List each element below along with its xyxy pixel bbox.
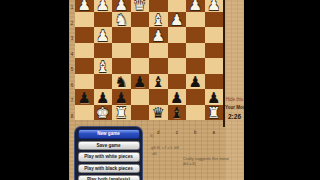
board-square[interactable]: ♟ bbox=[186, 74, 205, 90]
board-square[interactable]: ♟ bbox=[112, 89, 131, 105]
board-square[interactable]: ♟ bbox=[94, 89, 113, 105]
board-square[interactable]: ♟ bbox=[149, 27, 168, 43]
board-square[interactable] bbox=[205, 43, 224, 59]
move-history-line: g8-f6 c7-c5 b8 bbox=[151, 145, 179, 150]
board-square[interactable] bbox=[131, 12, 150, 28]
board-square[interactable] bbox=[186, 12, 205, 28]
side-panel bbox=[225, 0, 244, 180]
chess-piece-wP[interactable]: ♟ bbox=[96, 0, 109, 13]
board-square[interactable] bbox=[75, 74, 94, 90]
board-square[interactable] bbox=[94, 43, 113, 59]
board-square[interactable]: ♟ bbox=[186, 0, 205, 12]
board-square[interactable] bbox=[168, 74, 187, 90]
save-game-button[interactable]: Save game bbox=[78, 141, 140, 151]
chess-piece-wK[interactable]: ♚ bbox=[96, 106, 109, 121]
board-square[interactable]: ♞ bbox=[112, 12, 131, 28]
board-square[interactable] bbox=[168, 43, 187, 59]
letterbox-right bbox=[244, 0, 320, 180]
chess-piece-bB[interactable]: ♝ bbox=[152, 75, 165, 90]
board-square[interactable] bbox=[149, 43, 168, 59]
board-square[interactable] bbox=[186, 89, 205, 105]
engine-hint-text: Crafty suggests this move bbox=[183, 156, 229, 161]
board-square[interactable] bbox=[168, 0, 187, 12]
board-square[interactable]: ♛ bbox=[131, 0, 150, 12]
board-square[interactable] bbox=[131, 89, 150, 105]
board-square[interactable]: ♟ bbox=[112, 0, 131, 12]
board-square[interactable]: ♝ bbox=[94, 58, 113, 74]
move-status-label: Your Move bbox=[225, 105, 244, 110]
game-menu: New game Save game Play with white piece… bbox=[74, 126, 143, 180]
chess-piece-wP[interactable]: ♟ bbox=[78, 0, 91, 13]
new-game-button[interactable]: New game bbox=[78, 129, 140, 139]
chess-piece-wP[interactable]: ♟ bbox=[96, 29, 109, 44]
board-square[interactable]: ♟ bbox=[168, 12, 187, 28]
move-history-line: -d5 bbox=[151, 151, 157, 156]
board-square[interactable]: ♞ bbox=[112, 74, 131, 90]
board-square[interactable]: ♟ bbox=[75, 0, 94, 12]
board-square[interactable]: ♚ bbox=[94, 105, 113, 121]
board-square[interactable] bbox=[75, 27, 94, 43]
board-square[interactable]: ♛ bbox=[149, 105, 168, 121]
board-square[interactable]: ♟ bbox=[131, 74, 150, 90]
chess-board[interactable]: ♟♟♟♛♟♟♞♝♟♟♟♝♞♟♝♟♟♟♟♟♟♚♜♛♝♜ bbox=[75, 0, 223, 120]
board-square[interactable] bbox=[168, 27, 187, 43]
board-square[interactable] bbox=[131, 58, 150, 74]
play-black-button[interactable]: Play with black pieces bbox=[78, 164, 140, 174]
board-square[interactable] bbox=[205, 12, 224, 28]
chess-piece-wQ[interactable]: ♛ bbox=[133, 0, 146, 13]
file-label: c bbox=[168, 129, 187, 136]
board-square[interactable] bbox=[186, 58, 205, 74]
board-square[interactable]: ♟ bbox=[205, 0, 224, 12]
chess-app-window: 12345678 ♟♟♟♛♟♟♞♝♟♟♟♝♞♟♝♟♟♟♟♟♟♚♜♛♝♜ hgfe… bbox=[69, 0, 244, 180]
board-square[interactable] bbox=[112, 43, 131, 59]
chess-piece-wR[interactable]: ♜ bbox=[207, 106, 220, 121]
board-square[interactable] bbox=[94, 12, 113, 28]
board-square[interactable] bbox=[149, 89, 168, 105]
chess-piece-wP[interactable]: ♟ bbox=[152, 29, 165, 44]
board-square[interactable] bbox=[205, 27, 224, 43]
chess-piece-bQ[interactable]: ♛ bbox=[152, 106, 165, 121]
play-white-button[interactable]: Play with white pieces bbox=[78, 152, 140, 162]
board-square[interactable] bbox=[112, 58, 131, 74]
chess-piece-wR[interactable]: ♜ bbox=[115, 106, 128, 121]
chess-piece-wP[interactable]: ♟ bbox=[170, 13, 183, 28]
letterbox-left bbox=[0, 0, 69, 180]
board-square[interactable] bbox=[94, 74, 113, 90]
board-square[interactable]: ♝ bbox=[168, 105, 187, 121]
board-square[interactable]: ♟ bbox=[75, 89, 94, 105]
board-square[interactable] bbox=[186, 105, 205, 121]
board-square[interactable] bbox=[131, 43, 150, 59]
board-square[interactable] bbox=[75, 105, 94, 121]
play-both-button[interactable]: Play both (analysis) bbox=[78, 175, 140, 180]
chess-piece-wP[interactable]: ♟ bbox=[207, 0, 220, 13]
board-square[interactable] bbox=[131, 105, 150, 121]
board-square[interactable] bbox=[186, 43, 205, 59]
file-label: b bbox=[186, 129, 205, 136]
board-square[interactable] bbox=[205, 74, 224, 90]
board-square[interactable] bbox=[149, 58, 168, 74]
board-square[interactable]: ♝ bbox=[149, 74, 168, 90]
board-square[interactable] bbox=[75, 58, 94, 74]
board-square[interactable]: ♝ bbox=[149, 12, 168, 28]
board-square[interactable] bbox=[149, 0, 168, 12]
board-square[interactable] bbox=[75, 12, 94, 28]
board-square[interactable] bbox=[112, 27, 131, 43]
chess-piece-bP[interactable]: ♟ bbox=[78, 91, 91, 106]
board-square[interactable]: ♜ bbox=[205, 105, 224, 121]
chess-piece-wN[interactable]: ♞ bbox=[115, 13, 128, 28]
board-square[interactable]: ♜ bbox=[112, 105, 131, 121]
board-square[interactable] bbox=[186, 27, 205, 43]
board-square[interactable]: ♟ bbox=[168, 89, 187, 105]
board-square[interactable] bbox=[205, 58, 224, 74]
board-square[interactable]: ♟ bbox=[205, 89, 224, 105]
chess-piece-bB[interactable]: ♝ bbox=[170, 106, 183, 121]
hide-this-link[interactable]: Hide this bbox=[225, 97, 244, 102]
engine-hint-move: (b1-c3) bbox=[183, 161, 196, 166]
chess-piece-wB[interactable]: ♝ bbox=[96, 60, 109, 75]
board-square[interactable]: ♟ bbox=[94, 27, 113, 43]
move-history-line: 6) bbox=[150, 133, 154, 138]
chess-piece-bP[interactable]: ♟ bbox=[133, 75, 146, 90]
board-square[interactable] bbox=[168, 58, 187, 74]
file-label: a bbox=[205, 129, 224, 136]
chess-piece-bP[interactable]: ♟ bbox=[189, 75, 202, 90]
board-square[interactable]: ♟ bbox=[94, 0, 113, 12]
board-square[interactable] bbox=[131, 27, 150, 43]
chess-piece-wP[interactable]: ♟ bbox=[189, 0, 202, 13]
board-square[interactable] bbox=[75, 43, 94, 59]
game-clock: 2:26 bbox=[225, 113, 244, 121]
